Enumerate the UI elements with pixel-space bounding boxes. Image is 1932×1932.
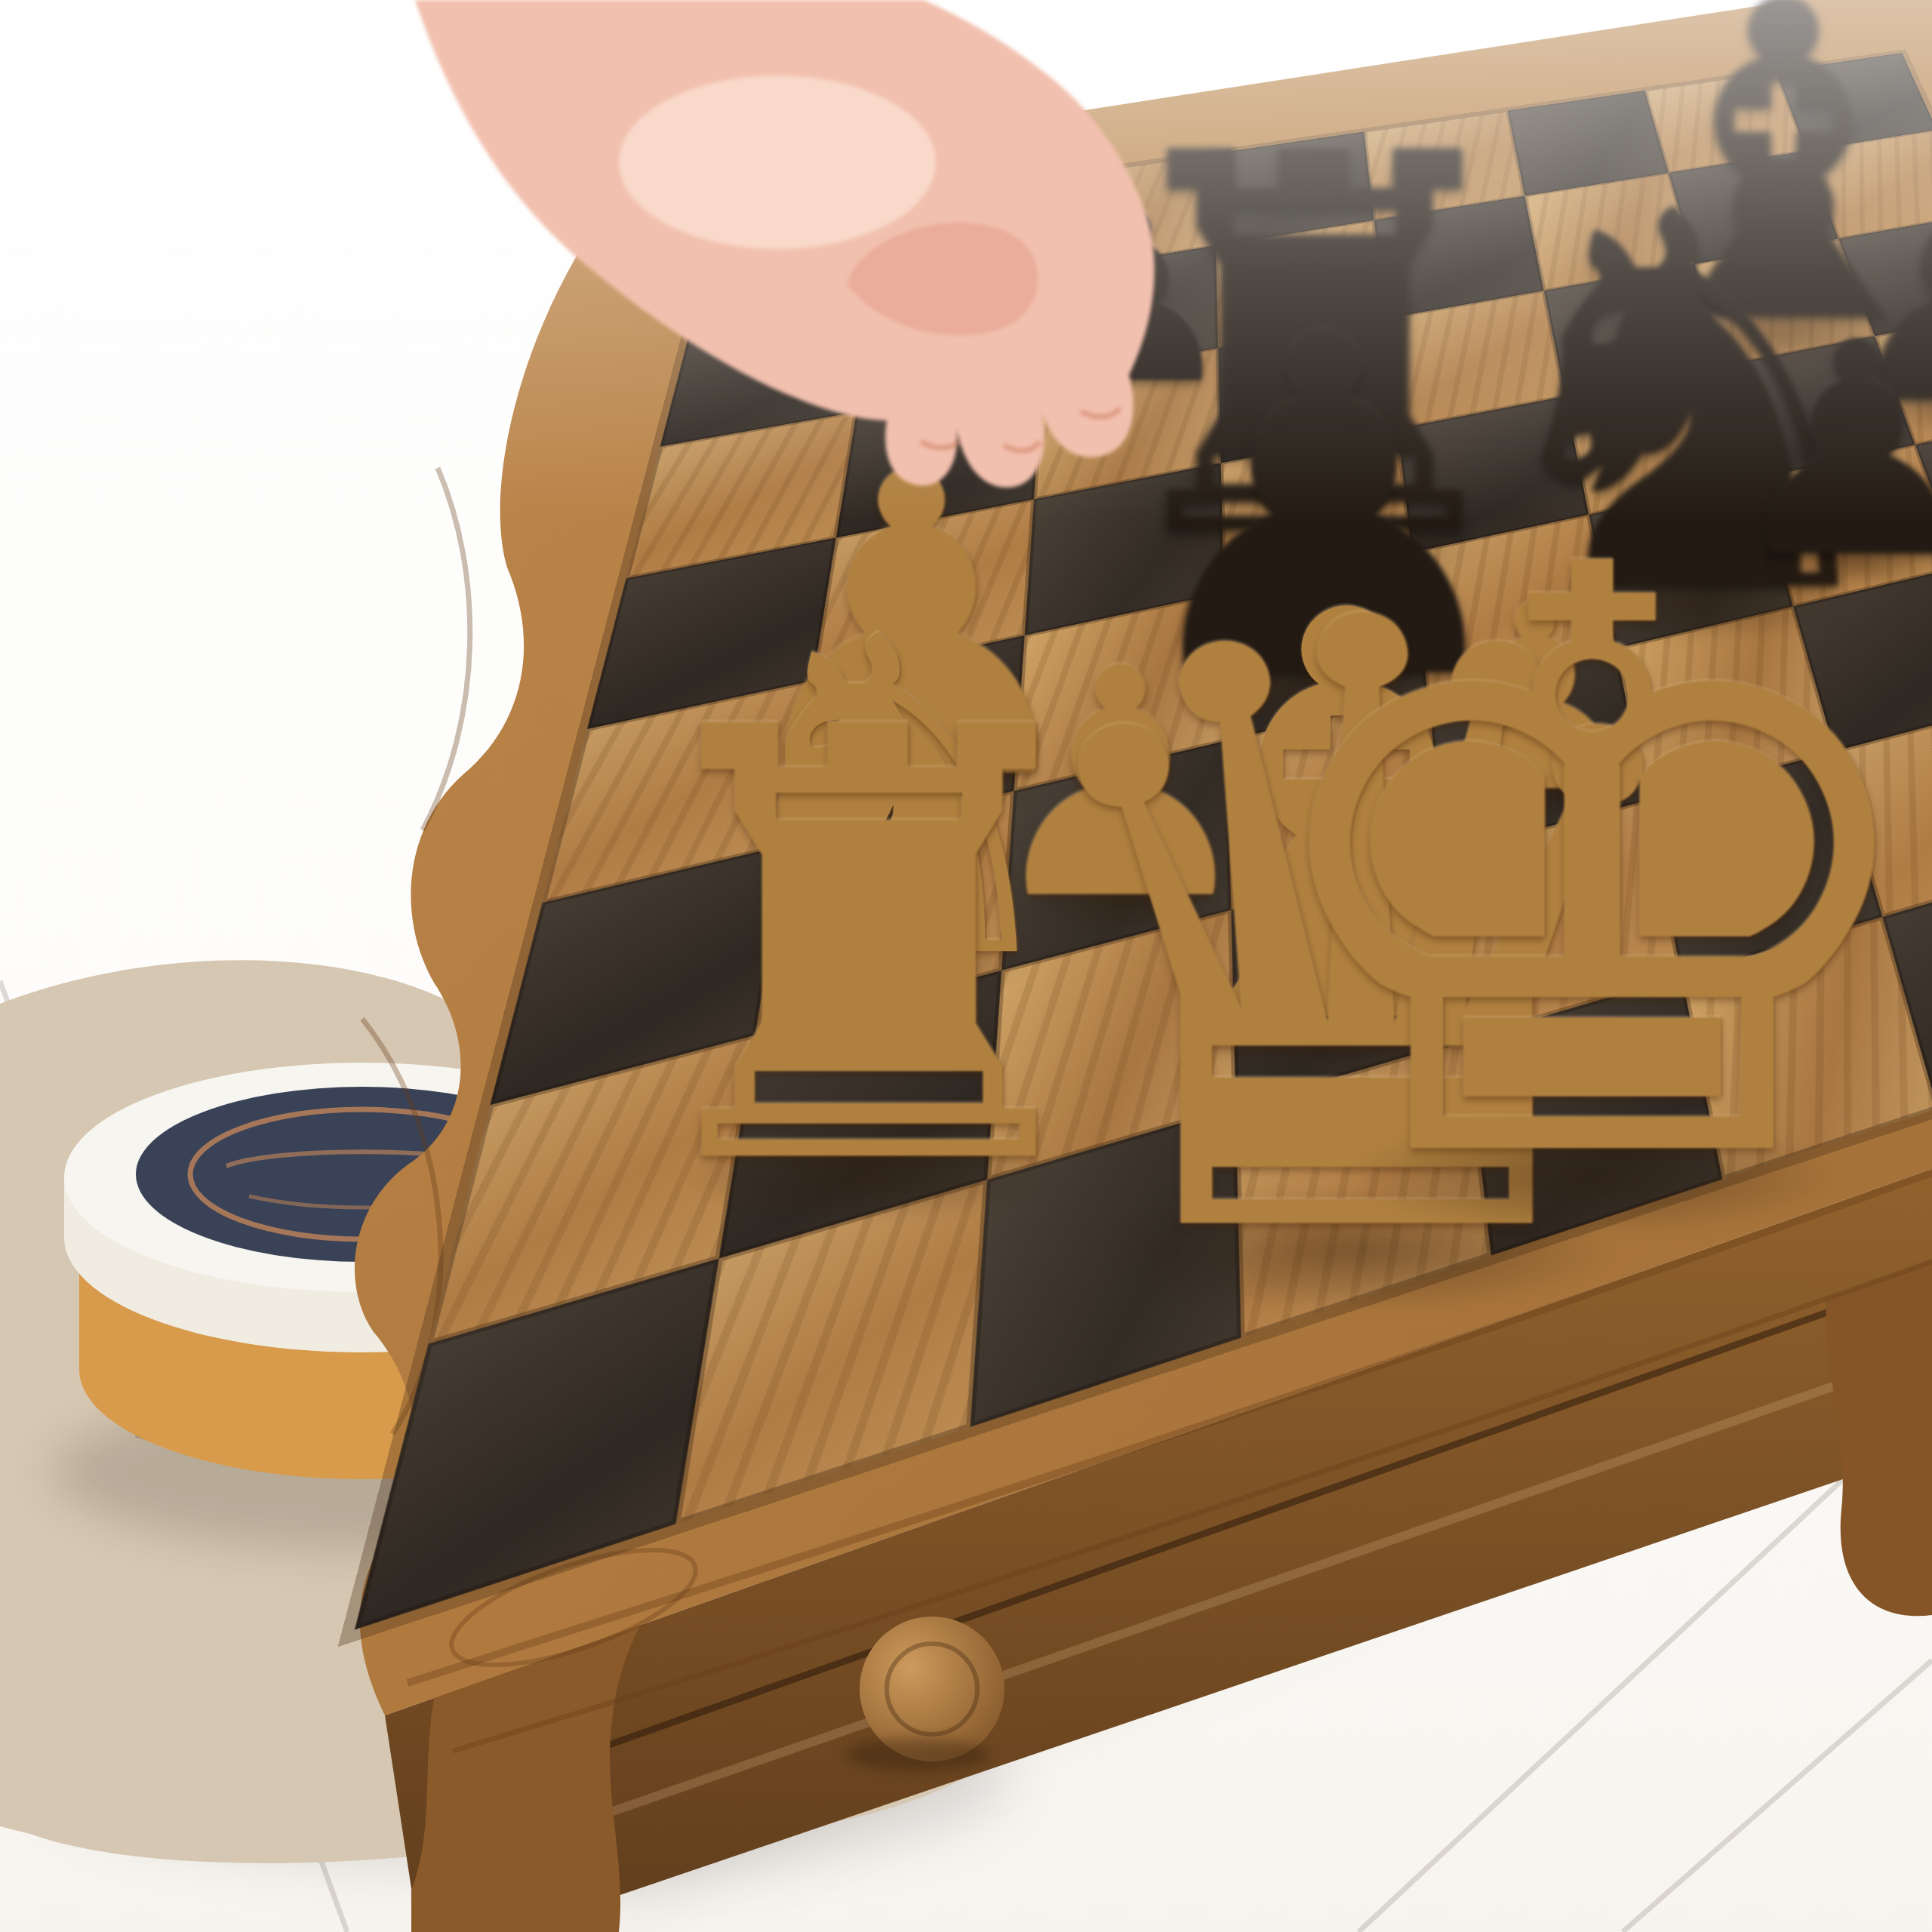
photo-stage: ♟♝♜♟♟♟♞♟♞♟♟♟♜♝♛♚ <box>0 0 1932 1932</box>
hand-highlight <box>619 75 936 249</box>
hand <box>400 0 1155 488</box>
hand-layer <box>0 0 1932 1932</box>
